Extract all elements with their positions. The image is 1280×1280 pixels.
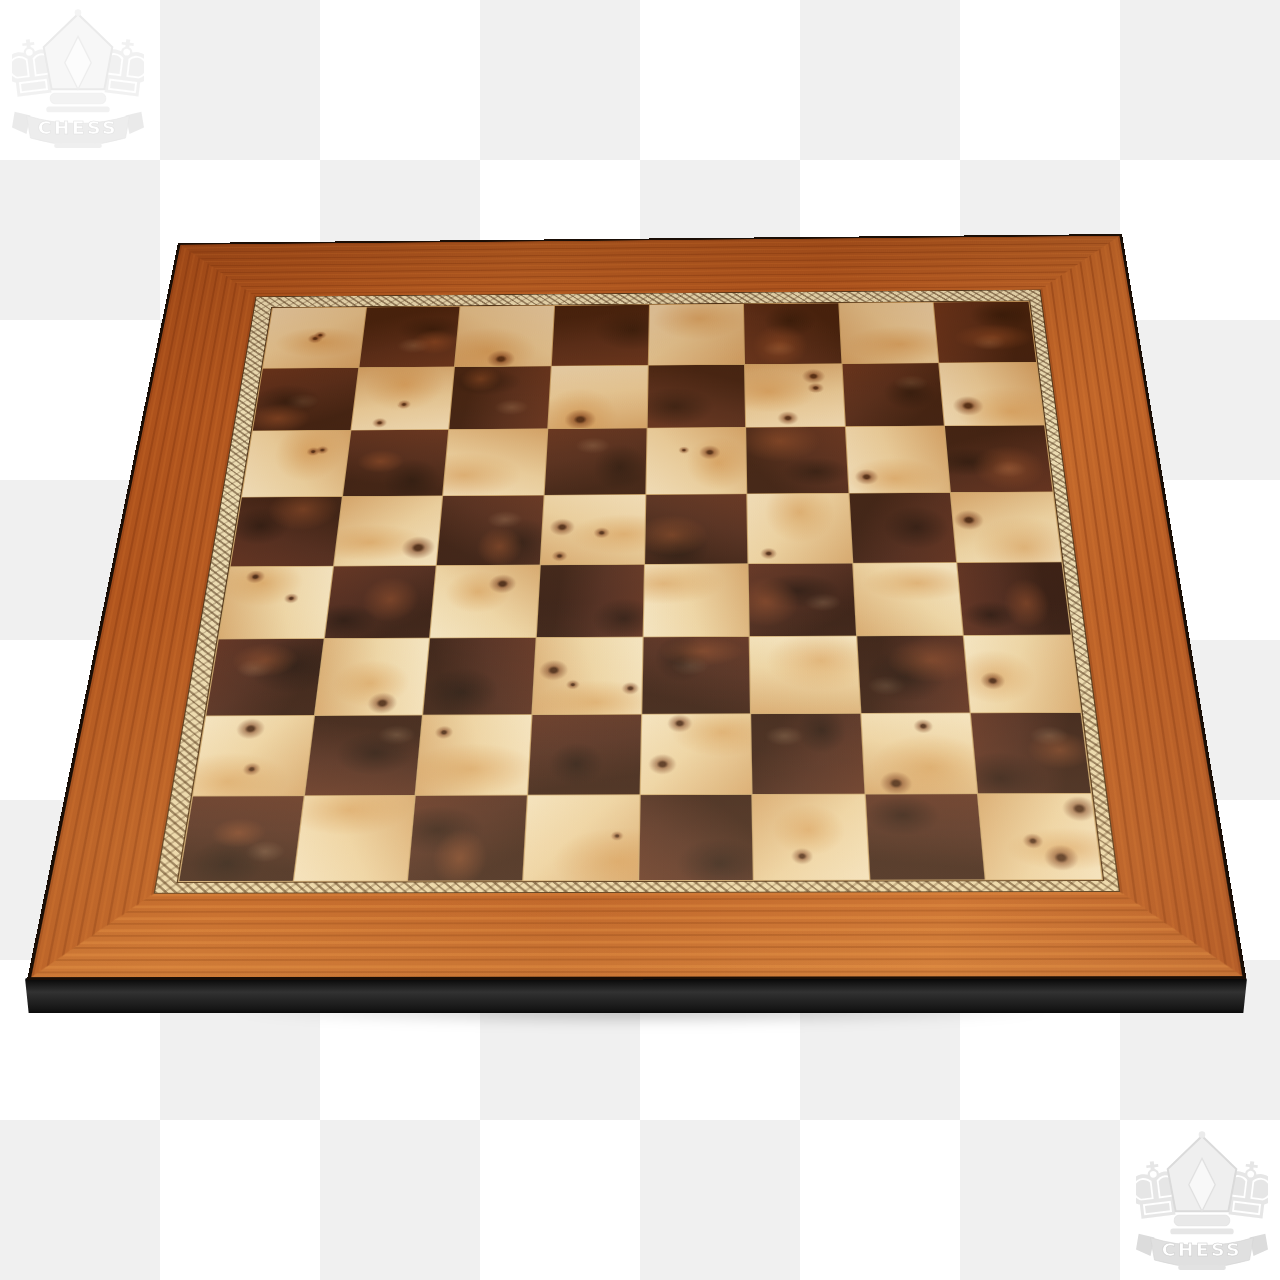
square-h6 [945,426,1052,492]
product-photo-page: ♚ ♚ CHESS ♚ ♚ CHESS [0,0,1280,1280]
square-b6 [343,430,449,496]
watermark-subtext-bar [1178,1265,1226,1270]
square-h3 [964,635,1080,712]
square-h7 [940,362,1044,425]
crown-base [1170,1228,1233,1234]
crown-emblem: ♚ ♚ CHESS [1136,1124,1268,1276]
crown-orb [75,9,82,16]
square-d8 [552,305,649,365]
square-g3 [857,636,970,713]
square-c5 [437,495,543,564]
square-a1 [179,796,303,881]
square-c3 [423,638,535,714]
square-c2 [416,715,531,795]
board-face [27,234,1247,980]
frame-bottom [31,892,1242,977]
square-b2 [304,715,422,795]
square-e4 [643,564,749,637]
square-d5 [541,495,645,564]
square-g6 [846,426,951,492]
square-c4 [430,565,539,638]
square-h5 [951,492,1061,562]
square-e3 [642,637,750,714]
square-f4 [749,563,856,636]
square-b4 [324,566,435,639]
square-a8 [263,307,366,367]
square-d2 [528,714,641,795]
square-b5 [334,496,443,565]
square-e5 [645,494,748,563]
square-g8 [839,303,939,364]
square-c8 [455,306,554,366]
square-d7 [548,365,647,428]
board-base-edge [25,978,1247,1013]
square-h4 [958,562,1071,635]
square-g1 [865,794,985,879]
square-d3 [532,637,642,714]
watermark-logo-top-left: ♚ ♚ CHESS [12,2,144,154]
watermark-logo-bottom-right: ♚ ♚ CHESS [1136,1124,1268,1276]
square-d4 [537,564,644,637]
square-d1 [523,795,639,880]
square-a2 [193,716,313,796]
chessboard [27,234,1247,980]
square-a7 [253,368,358,431]
square-f8 [744,303,841,364]
square-f5 [747,493,851,563]
square-b7 [351,367,454,430]
square-b3 [315,638,430,714]
square-c6 [443,429,547,495]
square-c7 [449,366,550,429]
square-d6 [545,429,647,495]
square-h2 [971,713,1091,794]
watermark-title: CHESS [38,117,119,138]
square-b8 [359,307,460,367]
square-h8 [934,302,1036,363]
square-e2 [640,714,751,795]
square-g7 [842,363,944,426]
square-e6 [646,428,747,494]
frame-top [170,236,1128,297]
square-a4 [219,566,333,639]
square-a5 [231,497,342,566]
crown-cushion [50,93,105,104]
watermark-subtext-bar [54,143,102,148]
crown-base [46,106,109,112]
square-e1 [639,795,753,880]
square-f3 [750,636,860,713]
square-g4 [853,563,963,636]
square-a3 [206,639,323,715]
crown-orb [1199,1131,1206,1138]
squares-grid [177,300,1105,882]
square-g5 [849,493,956,563]
square-f2 [751,714,864,795]
square-c1 [408,796,527,881]
square-a6 [242,431,350,497]
square-f6 [746,427,848,493]
square-g2 [861,713,977,794]
crown-emblem: ♚ ♚ CHESS [12,2,144,154]
watermark-title: CHESS [1162,1239,1243,1260]
square-h1 [979,794,1102,879]
crown-cushion [1174,1215,1229,1226]
square-e8 [648,304,744,365]
square-f7 [745,364,844,427]
square-e7 [647,365,745,428]
square-f1 [753,795,869,880]
square-b1 [294,796,415,881]
